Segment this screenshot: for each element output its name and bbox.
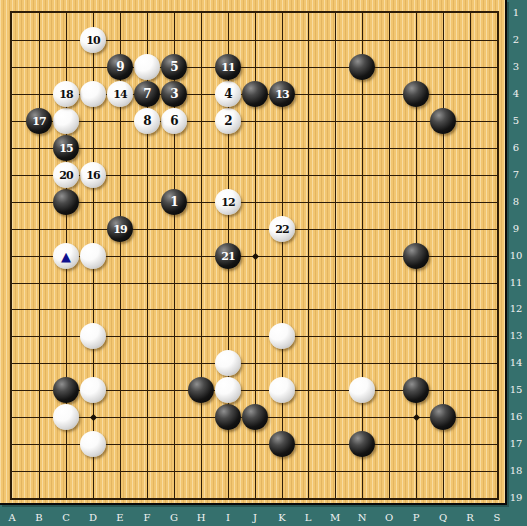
grid-hline — [12, 471, 497, 472]
row-label-13: 13 — [506, 329, 526, 343]
row-label-9: 9 — [506, 222, 526, 236]
stone-white-i15[interactable] — [215, 377, 241, 403]
stone-white-e4-move-14[interactable]: 14 — [107, 81, 133, 107]
row-label-12: 12 — [506, 302, 526, 316]
stone-black-j4[interactable] — [242, 81, 268, 107]
row-label-8: 8 — [506, 195, 526, 209]
column-label-g: G — [164, 512, 184, 523]
stone-black-p4[interactable] — [403, 81, 429, 107]
column-label-r: R — [460, 512, 480, 523]
column-label-c: C — [56, 512, 76, 523]
move-number-label: 6 — [161, 108, 187, 134]
move-number-label: 20 — [53, 162, 79, 188]
column-label-q: Q — [433, 512, 453, 523]
stone-white-d2-move-10[interactable]: 10 — [80, 27, 106, 53]
column-label-o: O — [379, 512, 399, 523]
stone-black-e9-move-19[interactable]: 19 — [107, 216, 133, 242]
stone-white-i8-move-12[interactable]: 12 — [215, 189, 241, 215]
row-label-5: 5 — [506, 114, 526, 128]
stone-white-k15[interactable] — [269, 377, 295, 403]
stone-white-d7-move-16[interactable]: 16 — [80, 162, 106, 188]
stone-black-g8-move-1[interactable]: 1 — [161, 189, 187, 215]
stone-white-g5-move-6[interactable]: 6 — [161, 108, 187, 134]
stone-white-d17[interactable] — [80, 431, 106, 457]
row-label-4: 4 — [506, 87, 526, 101]
column-label-s: S — [487, 512, 507, 523]
stone-white-n15[interactable] — [349, 377, 375, 403]
stone-black-h15[interactable] — [188, 377, 214, 403]
move-number-label: 16 — [80, 162, 106, 188]
stone-black-i3-move-11[interactable]: 11 — [215, 54, 241, 80]
row-label-7: 7 — [506, 168, 526, 182]
stone-white-k13[interactable] — [269, 323, 295, 349]
stone-white-c4-move-18[interactable]: 18 — [53, 81, 79, 107]
move-number-label: 19 — [107, 216, 133, 242]
move-number-label: 21 — [215, 243, 241, 269]
column-label-k: K — [272, 512, 292, 523]
stone-black-q16[interactable] — [430, 404, 456, 430]
move-number-label: 11 — [215, 54, 241, 80]
grid-vline — [308, 13, 309, 498]
move-number-label: 12 — [215, 189, 241, 215]
move-number-label: 18 — [53, 81, 79, 107]
column-label-b: B — [29, 512, 49, 523]
stone-white-i4-move-4[interactable]: 4 — [215, 81, 241, 107]
move-number-label: 14 — [107, 81, 133, 107]
row-label-1: 1 — [506, 6, 526, 20]
grid-hline — [12, 283, 497, 284]
move-number-label: 7 — [134, 81, 160, 107]
row-label-6: 6 — [506, 141, 526, 155]
column-label-m: M — [325, 512, 345, 523]
row-label-10: 10 — [506, 249, 526, 263]
row-label-2: 2 — [506, 33, 526, 47]
column-label-f: F — [137, 512, 157, 523]
stone-white-c10[interactable]: ▲ — [53, 243, 79, 269]
move-number-label: 9 — [107, 54, 133, 80]
stone-black-g4-move-3[interactable]: 3 — [161, 81, 187, 107]
stone-black-b5-move-17[interactable]: 17 — [26, 108, 52, 134]
move-number-label: 22 — [269, 216, 295, 242]
stone-white-f5-move-8[interactable]: 8 — [134, 108, 160, 134]
stone-white-c16[interactable] — [53, 404, 79, 430]
stone-black-p15[interactable] — [403, 377, 429, 403]
row-label-15: 15 — [506, 383, 526, 397]
column-label-i: I — [218, 512, 238, 523]
grid-vline — [389, 13, 390, 498]
column-label-a: A — [2, 512, 22, 523]
stone-black-p10[interactable] — [403, 243, 429, 269]
move-number-label: 5 — [161, 54, 187, 80]
stone-white-c5[interactable] — [53, 108, 79, 134]
stone-white-k9-move-22[interactable]: 22 — [269, 216, 295, 242]
stone-black-i10-move-21[interactable]: 21 — [215, 243, 241, 269]
triangle-marker-icon: ▲ — [53, 243, 79, 269]
stone-black-c8[interactable] — [53, 189, 79, 215]
grid-hline — [12, 309, 497, 310]
stone-black-q5[interactable] — [430, 108, 456, 134]
stone-white-c7-move-20[interactable]: 20 — [53, 162, 79, 188]
column-label-h: H — [191, 512, 211, 523]
stone-white-d13[interactable] — [80, 323, 106, 349]
go-diagram-screen: ▲12345678910111213141516171819202122 ABC… — [0, 0, 527, 526]
stone-black-g3-move-5[interactable]: 5 — [161, 54, 187, 80]
go-board[interactable]: ▲12345678910111213141516171819202122 — [0, 0, 507, 505]
move-number-label: 17 — [26, 108, 52, 134]
column-label-e: E — [110, 512, 130, 523]
stone-black-j16[interactable] — [242, 404, 268, 430]
stone-black-k4-move-13[interactable]: 13 — [269, 81, 295, 107]
move-number-label: 1 — [161, 189, 187, 215]
move-number-label: 8 — [134, 108, 160, 134]
stone-black-e3-move-9[interactable]: 9 — [107, 54, 133, 80]
move-number-label: 2 — [215, 108, 241, 134]
grid-vline — [470, 13, 471, 498]
stone-black-f4-move-7[interactable]: 7 — [134, 81, 160, 107]
stone-black-c6-move-15[interactable]: 15 — [53, 135, 79, 161]
stone-black-n3[interactable] — [349, 54, 375, 80]
row-label-18: 18 — [506, 464, 526, 478]
stone-black-k17[interactable] — [269, 431, 295, 457]
stone-white-d10[interactable] — [80, 243, 106, 269]
stone-black-i16[interactable] — [215, 404, 241, 430]
grid-hline — [12, 363, 497, 364]
column-label-l: L — [298, 512, 318, 523]
stone-white-d15[interactable] — [80, 377, 106, 403]
stone-white-i5-move-2[interactable]: 2 — [215, 108, 241, 134]
stone-white-d4[interactable] — [80, 81, 106, 107]
column-label-n: N — [352, 512, 372, 523]
grid-vline — [362, 13, 363, 498]
column-label-p: P — [406, 512, 426, 523]
grid-vline — [335, 13, 336, 498]
row-label-19: 19 — [506, 491, 526, 505]
move-number-label: 15 — [53, 135, 79, 161]
move-number-label: 13 — [269, 81, 295, 107]
column-label-j: J — [245, 512, 265, 523]
row-label-11: 11 — [506, 276, 526, 290]
row-label-14: 14 — [506, 356, 526, 370]
move-number-label: 3 — [161, 81, 187, 107]
stone-black-c15[interactable] — [53, 377, 79, 403]
column-label-d: D — [83, 512, 103, 523]
row-label-17: 17 — [506, 437, 526, 451]
stone-white-i14[interactable] — [215, 350, 241, 376]
move-number-label: 4 — [215, 81, 241, 107]
row-label-16: 16 — [506, 410, 526, 424]
row-label-3: 3 — [506, 60, 526, 74]
stone-black-n17[interactable] — [349, 431, 375, 457]
stone-white-f3[interactable] — [134, 54, 160, 80]
move-number-label: 10 — [80, 27, 106, 53]
